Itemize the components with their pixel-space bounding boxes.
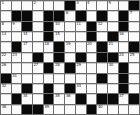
crossword-cell[interactable] [87, 63, 97, 72]
crossword-cell[interactable]: 5 [108, 1, 118, 10]
crossword-cell[interactable]: 19 [65, 42, 75, 51]
crossword-cell[interactable]: 16 [119, 32, 129, 41]
black-cell [97, 74, 107, 83]
clue-number: 24 [119, 53, 124, 57]
crossword-cell[interactable]: 35 [54, 94, 64, 103]
crossword-cell[interactable] [33, 74, 43, 83]
black-cell [33, 105, 43, 114]
crossword-cell[interactable] [22, 53, 32, 62]
crossword-cell[interactable] [44, 1, 54, 10]
crossword-cell[interactable]: 21 [108, 42, 118, 51]
black-cell [44, 94, 54, 103]
crossword-cell[interactable] [65, 74, 75, 83]
crossword-cell[interactable]: 29 [76, 63, 86, 72]
crossword-cell[interactable] [87, 53, 97, 62]
black-cell [54, 11, 64, 20]
clue-number: 7 [130, 11, 132, 15]
crossword-cell[interactable] [54, 74, 64, 83]
black-cell [22, 11, 32, 20]
crossword-cell[interactable] [76, 105, 86, 114]
crossword-cell[interactable] [87, 94, 97, 103]
clue-number: 22 [2, 53, 7, 57]
crossword-cell[interactable] [76, 32, 86, 41]
crossword-cell[interactable] [76, 42, 86, 51]
clue-number: 13 [2, 32, 7, 36]
black-cell [1, 74, 11, 83]
crossword-cell[interactable] [33, 94, 43, 103]
crossword-cell[interactable]: 20 [87, 42, 97, 51]
clue-number: 32 [2, 84, 7, 88]
black-cell [54, 53, 64, 62]
clue-number: 40 [98, 105, 103, 109]
black-cell [44, 63, 54, 72]
black-cell [65, 1, 75, 10]
crossword-cell[interactable] [129, 22, 139, 31]
crossword-cell[interactable]: 37 [119, 94, 129, 103]
clue-number: 31 [12, 74, 17, 78]
crossword-cell[interactable]: 10 [54, 22, 64, 31]
crossword-cell[interactable] [129, 105, 139, 114]
crossword-cell[interactable]: 27 [33, 63, 43, 72]
black-cell [87, 105, 97, 114]
crossword-cell[interactable]: 4 [87, 1, 97, 10]
black-cell [108, 53, 118, 62]
crossword-cell[interactable] [87, 84, 97, 93]
clue-number: 37 [119, 94, 124, 98]
clue-number: 33 [76, 84, 81, 88]
black-cell [44, 32, 54, 41]
crossword-cell[interactable] [12, 105, 22, 114]
black-cell [119, 63, 129, 72]
crossword-cell[interactable] [108, 22, 118, 31]
crossword-cell[interactable] [33, 22, 43, 31]
crossword-cell[interactable]: 39 [44, 105, 54, 114]
black-cell [33, 53, 43, 62]
crossword-cell[interactable] [129, 32, 139, 41]
crossword-cell[interactable]: 3 [76, 1, 86, 10]
black-cell [44, 22, 54, 31]
clue-number: 1 [2, 1, 4, 5]
clue-number: 23 [12, 53, 17, 57]
clue-number: 9 [12, 22, 14, 26]
crossword-cell[interactable]: 13 [1, 32, 11, 41]
black-cell [76, 11, 86, 20]
crossword-cell[interactable]: 6 [65, 11, 75, 20]
crossword-cell[interactable]: 22 [1, 53, 11, 62]
black-cell [119, 74, 129, 83]
crossword-cell[interactable] [12, 1, 22, 10]
clue-number: 6 [66, 11, 68, 15]
clue-number: 4 [87, 1, 89, 5]
black-cell [54, 42, 64, 51]
crossword-cell[interactable]: 34 [22, 94, 32, 103]
clue-number: 30 [108, 63, 113, 67]
clue-number: 29 [76, 63, 81, 67]
black-cell [12, 94, 22, 103]
crossword-cell[interactable] [108, 74, 118, 83]
crossword-cell[interactable]: 32 [1, 84, 11, 93]
crossword-cell[interactable]: 18 [44, 42, 54, 51]
crossword-cell[interactable] [129, 74, 139, 83]
crossword-cell[interactable] [33, 42, 43, 51]
crossword-cell[interactable] [108, 11, 118, 20]
black-cell [129, 94, 139, 103]
clue-number: 34 [23, 94, 28, 98]
crossword-cell[interactable] [1, 94, 11, 103]
crossword-cell[interactable] [97, 63, 107, 72]
clue-number: 8 [2, 22, 4, 26]
clue-number: 14 [23, 32, 28, 36]
clue-number: 5 [108, 1, 110, 5]
crossword-cell[interactable]: 8 [1, 22, 11, 31]
crossword-cell[interactable]: 30 [108, 63, 118, 72]
crossword-cell[interactable]: 11 [76, 22, 86, 31]
black-cell [22, 105, 32, 114]
clue-number: 35 [55, 94, 60, 98]
clue-number: 19 [66, 42, 71, 46]
crossword-cell[interactable]: 23 [12, 53, 22, 62]
crossword-cell[interactable]: 33 [76, 84, 86, 93]
clue-number: 36 [66, 94, 71, 98]
black-cell [22, 84, 32, 93]
crossword-cell[interactable] [129, 63, 139, 72]
crossword-cell[interactable] [108, 105, 118, 114]
crossword-cell[interactable] [129, 84, 139, 93]
black-cell [65, 84, 75, 93]
crossword-cell[interactable] [108, 84, 118, 93]
clue-number: 17 [23, 42, 28, 46]
clue-number: 12 [98, 22, 103, 26]
crossword-cell[interactable]: 15 [54, 32, 64, 41]
crossword-cell[interactable]: 7 [129, 11, 139, 20]
black-cell [44, 11, 54, 20]
crossword-cell[interactable] [1, 11, 11, 20]
clue-number: 3 [76, 1, 78, 5]
crossword-cell[interactable] [119, 105, 129, 114]
crossword-cell[interactable]: 26 [1, 63, 11, 72]
black-cell [129, 1, 139, 10]
crossword-grid: 1234567891011121314151617181920212223242… [0, 0, 140, 115]
black-cell [97, 11, 107, 20]
clue-number: 38 [2, 105, 7, 109]
clue-number: 11 [76, 22, 81, 26]
black-cell [22, 22, 32, 31]
clue-number: 27 [34, 63, 39, 67]
crossword-cell[interactable] [65, 105, 75, 114]
crossword-cell[interactable] [76, 74, 86, 83]
clue-number: 16 [119, 32, 124, 36]
crossword-cell[interactable]: 38 [1, 105, 11, 114]
black-cell [12, 11, 22, 20]
crossword-cell[interactable] [97, 1, 107, 10]
crossword-cell[interactable] [33, 32, 43, 41]
black-cell [87, 22, 97, 31]
black-cell [12, 42, 22, 51]
crossword-cell[interactable]: 12 [97, 22, 107, 31]
crossword-cell[interactable] [87, 11, 97, 20]
black-cell [108, 32, 118, 41]
crossword-cell[interactable] [22, 63, 32, 72]
crossword-cell[interactable] [87, 74, 97, 83]
clue-number: 25 [130, 53, 135, 57]
crossword-cell[interactable] [22, 1, 32, 10]
crossword-cell[interactable] [119, 42, 129, 51]
black-cell [97, 94, 107, 103]
black-cell [65, 63, 75, 72]
crossword-cell[interactable] [12, 63, 22, 72]
black-cell [97, 42, 107, 51]
crossword-cell[interactable]: 36 [65, 94, 75, 103]
black-cell [87, 32, 97, 41]
crossword-cell[interactable] [12, 84, 22, 93]
crossword-cell[interactable]: 9 [12, 22, 22, 31]
black-cell [119, 84, 129, 93]
crossword-cell[interactable] [65, 22, 75, 31]
crossword-cell[interactable] [33, 84, 43, 93]
clue-number: 2 [34, 1, 36, 5]
black-cell [97, 53, 107, 62]
crossword-cell[interactable] [44, 74, 54, 83]
black-cell [76, 94, 86, 103]
crossword-cell[interactable] [97, 84, 107, 93]
crossword-cell[interactable] [54, 105, 64, 114]
clue-number: 39 [44, 105, 49, 109]
clue-number: 26 [2, 63, 7, 67]
clue-number: 21 [108, 42, 113, 46]
crossword-cell[interactable]: 17 [22, 42, 32, 51]
crossword-cell[interactable] [119, 1, 129, 10]
crossword-cell[interactable]: 25 [129, 53, 139, 62]
crossword-cell[interactable]: 24 [119, 53, 129, 62]
clue-number: 18 [44, 42, 49, 46]
crossword-cell[interactable] [44, 53, 54, 62]
crossword-cell[interactable]: 1 [1, 1, 11, 10]
crossword-cell[interactable]: 28 [54, 63, 64, 72]
crossword-cell[interactable]: 14 [22, 32, 32, 41]
crossword-cell[interactable] [12, 32, 22, 41]
clue-number: 10 [55, 22, 60, 26]
black-cell [76, 53, 86, 62]
black-cell [44, 84, 54, 93]
clue-number: 20 [87, 42, 92, 46]
crossword-cell[interactable] [65, 53, 75, 62]
crossword-cell[interactable] [54, 1, 64, 10]
crossword-cell[interactable]: 40 [97, 105, 107, 114]
crossword-cell[interactable] [97, 32, 107, 41]
black-cell [119, 22, 129, 31]
crossword-cell[interactable] [1, 42, 11, 51]
crossword-cell[interactable]: 2 [33, 1, 43, 10]
black-cell [129, 42, 139, 51]
black-cell [108, 94, 118, 103]
crossword-cell[interactable] [65, 32, 75, 41]
crossword-cell[interactable] [54, 84, 64, 93]
clue-number: 28 [55, 63, 60, 67]
crossword-cell[interactable] [33, 11, 43, 20]
crossword-cell[interactable] [22, 74, 32, 83]
clue-number: 15 [55, 32, 60, 36]
crossword-cell[interactable]: 31 [12, 74, 22, 83]
black-cell [119, 11, 129, 20]
